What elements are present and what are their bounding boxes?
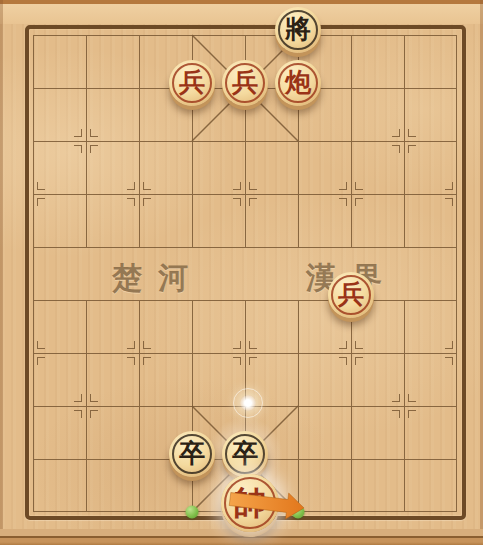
grid-cell [86,194,139,247]
grid-cell [33,35,86,88]
grid-cell [351,88,404,141]
piece-glyph: 帥 [234,486,267,519]
xiangqi-board: 楚河 漢界 將兵兵炮兵卒卒帥 [0,0,483,545]
grid-cell [298,194,351,247]
grid-cell [33,247,86,300]
grid-cell [404,300,457,353]
grid-cell [139,353,192,406]
grid-cell [245,141,298,194]
board-bottom-edge [0,529,483,545]
grid-cell [351,194,404,247]
grid-cell [86,300,139,353]
grid-cell [86,406,139,459]
grid-cell [192,141,245,194]
grid-cell [404,353,457,406]
piece-black-general[interactable]: 將 [275,7,321,53]
piece-red-soldier-1[interactable]: 兵 [169,60,215,106]
piece-glyph: 卒 [232,440,258,466]
move-target-dot[interactable] [292,506,305,519]
grid-cell [192,194,245,247]
grid-cell [33,194,86,247]
grid-cell [33,406,86,459]
grid-cell [33,141,86,194]
grid-cell [33,88,86,141]
board-top-edge [0,0,483,24]
grid-cell [86,353,139,406]
grid-cell [404,406,457,459]
grid-cell [351,406,404,459]
grid-cell [139,194,192,247]
grid-cell [404,247,457,300]
piece-red-general[interactable]: 帥 [221,474,279,532]
grid-cell [404,141,457,194]
grid-cell [298,353,351,406]
piece-red-soldier-2[interactable]: 兵 [222,60,268,106]
grid-cell [351,459,404,512]
piece-glyph: 卒 [179,440,205,466]
grid-cell [86,88,139,141]
grid-cell [245,194,298,247]
grid-cell [139,141,192,194]
board-left-edge [0,0,3,545]
piece-red-cannon[interactable]: 炮 [275,60,321,106]
piece-glyph: 兵 [338,281,364,307]
piece-black-soldier-1[interactable]: 卒 [169,431,215,477]
grid-cell [86,141,139,194]
grid-cell [298,406,351,459]
piece-glyph: 將 [285,16,311,42]
piece-black-soldier-2[interactable]: 卒 [222,431,268,477]
grid-cell [86,35,139,88]
grid-cell [139,300,192,353]
grid-cell [33,459,86,512]
grid-cell [245,300,298,353]
grid-cell [351,353,404,406]
piece-glyph: 兵 [179,69,205,95]
grid-cell [351,141,404,194]
grid-cell [404,88,457,141]
grid-cell [192,247,245,300]
grid-cell [192,300,245,353]
grid-cell [86,247,139,300]
grid-cell [245,353,298,406]
grid-cell [351,35,404,88]
grid-cell [86,459,139,512]
grid-cell [192,353,245,406]
grid-cell [33,353,86,406]
grid-cell [33,300,86,353]
move-target-dot[interactable] [186,506,199,519]
grid-cell [298,459,351,512]
grid-cell [139,247,192,300]
grid-cell [404,194,457,247]
piece-glyph: 炮 [285,69,311,95]
grid-cell [404,459,457,512]
piece-red-soldier-3[interactable]: 兵 [328,272,374,318]
grid-cell [298,141,351,194]
piece-glyph: 兵 [232,69,258,95]
grid-cell [245,247,298,300]
grid-cell [404,35,457,88]
